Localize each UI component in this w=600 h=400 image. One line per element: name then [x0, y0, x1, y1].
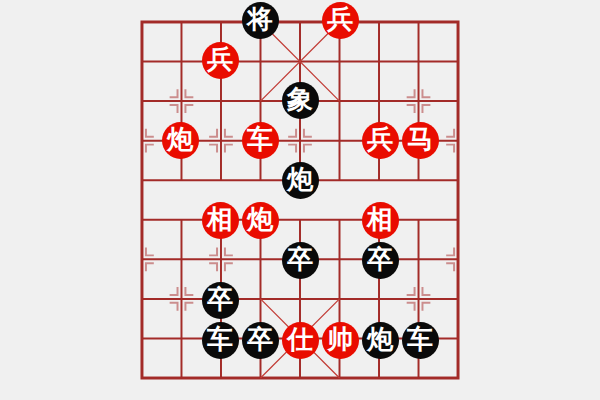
piece-black-elephant[interactable]: 象 [282, 82, 319, 119]
piece-red-elephant[interactable]: 相 [362, 202, 399, 239]
piece-black-general[interactable]: 将 [242, 2, 279, 39]
piece-black-soldier[interactable]: 卒 [282, 242, 319, 279]
piece-red-cannon[interactable]: 炮 [162, 122, 199, 159]
xiangqi-diagram: 将兵兵象炮车兵马炮相炮相卒卒卒车卒仕帅炮车 [0, 0, 600, 400]
piece-red-general[interactable]: 帅 [322, 322, 359, 359]
piece-black-chariot[interactable]: 车 [402, 322, 439, 359]
board-grid: 将兵兵象炮车兵马炮相炮相卒卒卒车卒仕帅炮车 [120, 0, 480, 400]
piece-red-soldier[interactable]: 兵 [362, 122, 399, 159]
piece-black-cannon[interactable]: 炮 [282, 162, 319, 199]
piece-red-chariot[interactable]: 车 [242, 122, 279, 159]
piece-red-soldier[interactable]: 兵 [322, 2, 359, 39]
piece-black-soldier[interactable]: 卒 [362, 242, 399, 279]
piece-red-advisor[interactable]: 仕 [282, 322, 319, 359]
piece-black-soldier[interactable]: 卒 [202, 282, 239, 319]
piece-black-chariot[interactable]: 车 [202, 322, 239, 359]
piece-black-soldier[interactable]: 卒 [242, 322, 279, 359]
piece-red-soldier[interactable]: 兵 [202, 42, 239, 79]
piece-black-cannon[interactable]: 炮 [362, 322, 399, 359]
piece-red-horse[interactable]: 马 [402, 122, 439, 159]
piece-red-elephant[interactable]: 相 [202, 202, 239, 239]
piece-red-cannon[interactable]: 炮 [242, 202, 279, 239]
